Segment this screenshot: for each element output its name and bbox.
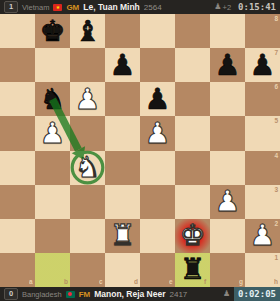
square-h2[interactable]: ♟: [245, 219, 280, 253]
square-h4[interactable]: [245, 151, 280, 185]
square-d8[interactable]: [105, 14, 140, 48]
black-king-b8: ♚: [35, 14, 70, 48]
square-a7[interactable]: [0, 48, 35, 82]
square-b7[interactable]: [35, 48, 70, 82]
black-pawn-d7: ♟: [105, 48, 140, 82]
square-g4[interactable]: [210, 151, 245, 185]
bottom-federation-label: Bangladesh: [22, 290, 62, 299]
white-king-f2: ♚: [175, 219, 210, 253]
square-h6[interactable]: [245, 82, 280, 116]
white-pawn-c6: ♟: [70, 82, 105, 116]
bottom-right-group: ♟ 0:02:05: [223, 287, 280, 301]
square-c5[interactable]: [70, 116, 105, 150]
square-g7[interactable]: ♟: [210, 48, 245, 82]
square-h3[interactable]: [245, 185, 280, 219]
square-e2[interactable]: [140, 219, 175, 253]
white-pawn-g3: ♟: [210, 185, 245, 219]
square-a1[interactable]: [0, 253, 35, 287]
square-d1[interactable]: [105, 253, 140, 287]
top-player-name[interactable]: Le, Tuan Minh: [83, 2, 140, 12]
square-g5[interactable]: [210, 116, 245, 150]
square-h5[interactable]: [245, 116, 280, 150]
square-a6[interactable]: [0, 82, 35, 116]
square-f3[interactable]: [175, 185, 210, 219]
square-f4[interactable]: [175, 151, 210, 185]
square-e3[interactable]: [140, 185, 175, 219]
black-bishop-c8: ♝: [70, 14, 105, 48]
square-a5[interactable]: [0, 116, 35, 150]
top-score-badge: 1: [4, 1, 18, 13]
square-e8[interactable]: [140, 14, 175, 48]
square-c7[interactable]: [70, 48, 105, 82]
square-c6[interactable]: ♟: [70, 82, 105, 116]
bangladesh-flag-icon: [66, 291, 75, 298]
square-g3[interactable]: ♟: [210, 185, 245, 219]
black-rook-f1: ♜: [175, 253, 210, 287]
top-right-group: ♟+2 0:15:41: [214, 0, 280, 14]
square-b6[interactable]: ♞: [35, 82, 70, 116]
chess-board: ♚♝♟♟♟♞♟♟♟♟♞♟♜♚♟♜ 87654321abcdefgh: [0, 14, 280, 287]
bottom-player-title: FM: [79, 290, 91, 299]
white-pawn-h2: ♟: [245, 219, 280, 253]
square-e7[interactable]: [140, 48, 175, 82]
square-c1[interactable]: [70, 253, 105, 287]
top-material-value: +2: [223, 3, 232, 12]
square-f7[interactable]: [175, 48, 210, 82]
square-g8[interactable]: [210, 14, 245, 48]
square-d6[interactable]: [105, 82, 140, 116]
bottom-material-diff: ♟: [223, 290, 231, 298]
black-pawn-g7: ♟: [210, 48, 245, 82]
top-player-clock: 0:15:41: [234, 0, 280, 14]
black-pawn-e6: ♟: [140, 82, 175, 116]
square-e1[interactable]: [140, 253, 175, 287]
square-e6[interactable]: ♟: [140, 82, 175, 116]
square-g6[interactable]: [210, 82, 245, 116]
square-c8[interactable]: ♝: [70, 14, 105, 48]
square-b2[interactable]: [35, 219, 70, 253]
square-g2[interactable]: [210, 219, 245, 253]
pawn-icon: ♟: [214, 3, 221, 11]
square-b8[interactable]: ♚: [35, 14, 70, 48]
top-player-bar: 1 Vietnam ★ GM Le, Tuan Minh 2564 ♟+2 0:…: [0, 0, 280, 14]
square-a8[interactable]: [0, 14, 35, 48]
pawn-icon: ♟: [223, 290, 230, 298]
top-federation-label: Vietnam: [22, 3, 49, 12]
square-b1[interactable]: [35, 253, 70, 287]
square-a3[interactable]: [0, 185, 35, 219]
square-f6[interactable]: [175, 82, 210, 116]
square-e5[interactable]: ♟: [140, 116, 175, 150]
black-pawn-h7: ♟: [245, 48, 280, 82]
top-player-title: GM: [66, 3, 79, 12]
square-d7[interactable]: ♟: [105, 48, 140, 82]
bottom-player-bar: 0 Bangladesh FM Manon, Reja Neer 2417 ♟ …: [0, 287, 280, 301]
square-a2[interactable]: [0, 219, 35, 253]
square-f5[interactable]: [175, 116, 210, 150]
flag-circle: [68, 292, 72, 296]
board-grid: ♚♝♟♟♟♞♟♟♟♟♞♟♜♚♟♜: [0, 14, 280, 287]
square-h8[interactable]: [245, 14, 280, 48]
square-c3[interactable]: [70, 185, 105, 219]
bottom-player-clock: 0:02:05: [234, 287, 280, 301]
black-knight-b6: ♞: [35, 82, 70, 116]
white-knight-c4: ♞: [70, 151, 105, 185]
square-h1[interactable]: [245, 253, 280, 287]
square-h7[interactable]: ♟: [245, 48, 280, 82]
square-c2[interactable]: [70, 219, 105, 253]
square-g1[interactable]: [210, 253, 245, 287]
square-f1[interactable]: ♜: [175, 253, 210, 287]
top-material-diff: ♟+2: [214, 3, 231, 12]
top-player-rating: 2564: [144, 3, 162, 12]
square-d5[interactable]: [105, 116, 140, 150]
white-rook-d2: ♜: [105, 219, 140, 253]
white-pawn-b5: ♟: [35, 116, 70, 150]
square-e4[interactable]: [140, 151, 175, 185]
square-d3[interactable]: [105, 185, 140, 219]
vietnam-flag-icon: ★: [53, 4, 62, 11]
square-f2[interactable]: ♚: [175, 219, 210, 253]
square-c4[interactable]: ♞: [70, 151, 105, 185]
square-b5[interactable]: ♟: [35, 116, 70, 150]
square-b4[interactable]: [35, 151, 70, 185]
bottom-player-name[interactable]: Manon, Reja Neer: [94, 289, 165, 299]
bottom-score-badge: 0: [4, 288, 18, 300]
bottom-player-rating: 2417: [170, 290, 188, 299]
square-d4[interactable]: [105, 151, 140, 185]
square-b3[interactable]: [35, 185, 70, 219]
square-a4[interactable]: [0, 151, 35, 185]
square-f8[interactable]: [175, 14, 210, 48]
broadcast-board-app: 1 Vietnam ★ GM Le, Tuan Minh 2564 ♟+2 0:…: [0, 0, 280, 301]
square-d2[interactable]: ♜: [105, 219, 140, 253]
white-pawn-e5: ♟: [140, 116, 175, 150]
